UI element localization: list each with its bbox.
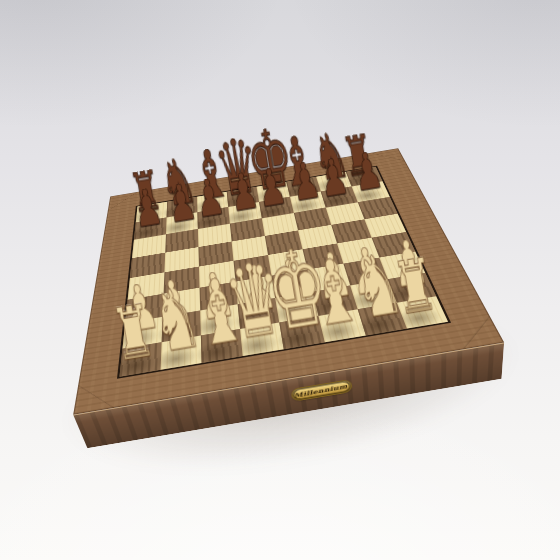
square-c5: [198, 242, 233, 267]
piece-shadow: [273, 323, 322, 354]
camera-roll-wrapper: ♜♞♝♛♚♝♞♜♟♟♟♟♟♟♟♟♟♟♟♟♟♟♟♟♜♞♝♛♚♝♞♜ Millenn…: [0, 0, 560, 560]
product-photo: ♜♞♝♛♚♝♞♜♟♟♟♟♟♟♟♟♟♟♟♟♟♟♟♟♜♞♝♛♚♝♞♜ Millenn…: [0, 0, 560, 560]
brand-plaque-text: Millennium: [294, 382, 348, 399]
piece-shadow: [392, 303, 446, 333]
square-h1: ♜: [397, 296, 448, 328]
piece-shadow: [112, 350, 159, 382]
frame-mitre-joint: [371, 148, 405, 165]
square-g4: [337, 238, 379, 264]
frame-mitre-joint: [108, 192, 138, 211]
brand-plaque: Millennium: [291, 380, 350, 401]
square-f6: [294, 208, 331, 231]
chess-board-frame: ♜♞♝♛♚♝♞♜♟♟♟♟♟♟♟♟♟♟♟♟♟♟♟♟♜♞♝♛♚♝♞♜ Millenn…: [73, 148, 504, 414]
square-a5: [130, 253, 165, 278]
board-playing-area: ♜♞♝♛♚♝♞♜♟♟♟♟♟♟♟♟♟♟♟♟♟♟♟♟♜♞♝♛♚♝♞♜: [117, 166, 451, 379]
piece-shadow: [153, 343, 198, 375]
piece-shadow: [234, 330, 282, 362]
piece-shadow: [194, 336, 240, 368]
square-e6: [262, 213, 298, 236]
square-b4: [164, 267, 200, 294]
square-d6: [230, 218, 265, 241]
